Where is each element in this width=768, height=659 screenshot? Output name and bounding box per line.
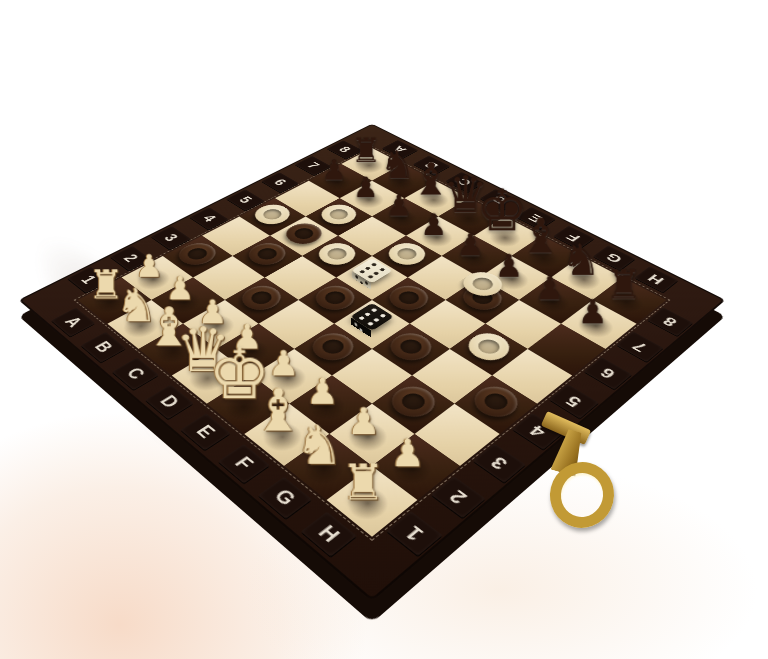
rank-label-right: 8 — [647, 307, 693, 336]
rank-label-right: 5 — [549, 384, 599, 419]
file-label-bottom: D — [145, 385, 193, 420]
file-label-bottom: A — [51, 308, 95, 337]
product-photo-background: ♜♞♝♛♚♝♞♜♟♟♟♟♟♟♟♟♟♟♟♟♟♟♟♟♜♞♝♛♚♝♞♜ 88AA77B… — [0, 0, 768, 659]
file-label-bottom: E — [180, 413, 230, 450]
rank-label-right: 7 — [616, 331, 663, 362]
file-label-bottom: C — [112, 357, 159, 390]
file-label-bottom: B — [81, 332, 126, 363]
brass-clasp-icon — [534, 416, 614, 516]
rank-label-right: 6 — [584, 357, 632, 390]
die-front-face — [351, 317, 371, 342]
black-checker — [383, 381, 443, 424]
file-label-bottom: F — [218, 444, 270, 483]
rank-label-right: 3 — [473, 444, 526, 483]
square-h6 — [528, 324, 606, 376]
black-die — [350, 303, 394, 331]
